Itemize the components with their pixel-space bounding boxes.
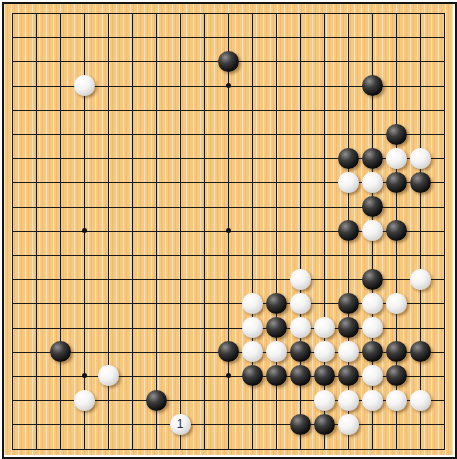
star-point	[82, 373, 87, 378]
stone-black[interactable]	[386, 220, 407, 241]
stone-white[interactable]	[362, 390, 383, 411]
stone-white[interactable]	[242, 317, 263, 338]
stone-white[interactable]	[314, 341, 335, 362]
go-board-stage: 1	[0, 0, 457, 459]
stone-black[interactable]	[218, 341, 239, 362]
stone-white[interactable]	[290, 293, 311, 314]
go-board-page: 1	[0, 0, 457, 459]
stone-black[interactable]	[338, 293, 359, 314]
stone-white[interactable]	[290, 269, 311, 290]
star-point	[82, 228, 87, 233]
stone-white[interactable]: 1	[170, 414, 191, 435]
stone-black[interactable]	[338, 317, 359, 338]
stone-white[interactable]	[362, 317, 383, 338]
stone-black[interactable]	[362, 341, 383, 362]
last-move-label: 1	[177, 418, 184, 430]
stone-black[interactable]	[146, 390, 167, 411]
board-grid[interactable]: 1	[0, 1, 456, 459]
stone-white[interactable]	[98, 365, 119, 386]
stone-white[interactable]	[74, 390, 95, 411]
stone-black[interactable]	[290, 365, 311, 386]
stone-black[interactable]	[362, 196, 383, 217]
stone-black[interactable]	[50, 341, 71, 362]
stone-white[interactable]	[314, 317, 335, 338]
stone-black[interactable]	[362, 148, 383, 169]
stone-white[interactable]	[410, 148, 431, 169]
stone-black[interactable]	[410, 341, 431, 362]
stone-white[interactable]	[290, 317, 311, 338]
star-point	[226, 373, 231, 378]
stone-black[interactable]	[266, 317, 287, 338]
stone-black[interactable]	[362, 269, 383, 290]
stone-black[interactable]	[338, 365, 359, 386]
stone-black[interactable]	[314, 414, 335, 435]
stone-white[interactable]	[386, 390, 407, 411]
stone-black[interactable]	[266, 293, 287, 314]
stone-white[interactable]	[362, 365, 383, 386]
stone-white[interactable]	[242, 293, 263, 314]
stone-black[interactable]	[386, 341, 407, 362]
stone-black[interactable]	[410, 172, 431, 193]
stone-black[interactable]	[338, 220, 359, 241]
stone-black[interactable]	[362, 75, 383, 96]
stone-black[interactable]	[290, 341, 311, 362]
stone-white[interactable]	[338, 390, 359, 411]
stone-white[interactable]	[314, 390, 335, 411]
star-point	[226, 83, 231, 88]
stone-white[interactable]	[362, 293, 383, 314]
stone-white[interactable]	[410, 390, 431, 411]
stone-black[interactable]	[266, 365, 287, 386]
stone-white[interactable]	[338, 172, 359, 193]
stone-black[interactable]	[386, 172, 407, 193]
stone-white[interactable]	[386, 293, 407, 314]
stone-white[interactable]	[362, 220, 383, 241]
stone-white[interactable]	[410, 269, 431, 290]
star-point	[226, 228, 231, 233]
stone-black[interactable]	[338, 148, 359, 169]
stone-black[interactable]	[386, 124, 407, 145]
stone-black[interactable]	[314, 365, 335, 386]
stone-white[interactable]	[386, 148, 407, 169]
stone-white[interactable]	[242, 341, 263, 362]
stone-white[interactable]	[74, 75, 95, 96]
stone-white[interactable]	[362, 172, 383, 193]
stone-black[interactable]	[290, 414, 311, 435]
stone-black[interactable]	[386, 365, 407, 386]
stone-white[interactable]	[338, 341, 359, 362]
stone-black[interactable]	[218, 51, 239, 72]
stone-white[interactable]	[338, 414, 359, 435]
stone-black[interactable]	[242, 365, 263, 386]
stone-white[interactable]	[266, 341, 287, 362]
